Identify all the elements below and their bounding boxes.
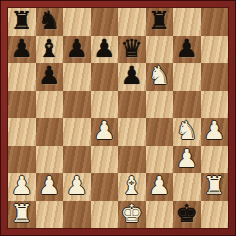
square-b8: ♞ xyxy=(36,8,64,36)
square-g1: ♚ xyxy=(173,201,201,229)
white-pawn-g3: ♟ xyxy=(176,146,198,172)
square-h2: ♜ xyxy=(201,173,229,201)
black-rook-a8: ♜ xyxy=(11,8,33,34)
square-e4 xyxy=(118,118,146,146)
square-h8 xyxy=(201,8,229,36)
white-pawn-c2: ♟ xyxy=(66,173,88,199)
square-c6 xyxy=(63,63,91,91)
square-f4 xyxy=(146,118,174,146)
square-h6 xyxy=(201,63,229,91)
square-g2 xyxy=(173,173,201,201)
square-c1 xyxy=(63,201,91,229)
white-knight-g4: ♞ xyxy=(176,118,198,144)
square-a3 xyxy=(8,146,36,174)
square-d7: ♟ xyxy=(91,36,119,64)
square-e5 xyxy=(118,91,146,119)
white-rook-a1: ♜ xyxy=(11,201,33,227)
square-d1 xyxy=(91,201,119,229)
square-a1: ♜ xyxy=(8,201,36,229)
square-e8 xyxy=(118,8,146,36)
square-f6: ♞ xyxy=(146,63,174,91)
square-f1 xyxy=(146,201,174,229)
square-f3 xyxy=(146,146,174,174)
square-g8 xyxy=(173,8,201,36)
square-a2: ♟ xyxy=(8,173,36,201)
square-e7: ♛ xyxy=(118,36,146,64)
square-b5 xyxy=(36,91,64,119)
black-rook-f8: ♜ xyxy=(148,8,170,34)
square-a8: ♜ xyxy=(8,8,36,36)
square-d6 xyxy=(91,63,119,91)
square-c2: ♟ xyxy=(63,173,91,201)
square-b3 xyxy=(36,146,64,174)
black-king-g1: ♚ xyxy=(176,201,198,227)
square-d4: ♟ xyxy=(91,118,119,146)
square-e6: ♟ xyxy=(118,63,146,91)
board-frame: ♜♞♜♟♝♟♟♛♟♟♟♞♟♞♟♟♟♟♟♝♟♜♜♚♚ xyxy=(0,0,236,236)
square-g5 xyxy=(173,91,201,119)
square-c8 xyxy=(63,8,91,36)
chess-board: ♜♞♜♟♝♟♟♛♟♟♟♞♟♞♟♟♟♟♟♝♟♜♜♚♚ xyxy=(7,7,229,229)
black-pawn-e6: ♟ xyxy=(121,63,143,89)
square-e1: ♚ xyxy=(118,201,146,229)
square-a4 xyxy=(8,118,36,146)
white-pawn-b2: ♟ xyxy=(38,173,60,199)
square-c5 xyxy=(63,91,91,119)
square-d5 xyxy=(91,91,119,119)
square-f5 xyxy=(146,91,174,119)
white-pawn-h4: ♟ xyxy=(203,118,225,144)
square-d2 xyxy=(91,173,119,201)
square-h3 xyxy=(201,146,229,174)
white-pawn-f2: ♟ xyxy=(148,173,170,199)
square-e3 xyxy=(118,146,146,174)
black-pawn-a7: ♟ xyxy=(11,36,33,62)
square-c3 xyxy=(63,146,91,174)
black-pawn-d7: ♟ xyxy=(93,36,115,62)
white-pawn-d4: ♟ xyxy=(93,118,115,144)
white-knight-f6: ♞ xyxy=(148,63,170,89)
square-a7: ♟ xyxy=(8,36,36,64)
square-c7: ♟ xyxy=(63,36,91,64)
square-f2: ♟ xyxy=(146,173,174,201)
square-b6: ♟ xyxy=(36,63,64,91)
square-d8 xyxy=(91,8,119,36)
square-a5 xyxy=(8,91,36,119)
square-a6 xyxy=(8,63,36,91)
white-bishop-e2: ♝ xyxy=(121,173,143,199)
square-h1 xyxy=(201,201,229,229)
square-h5 xyxy=(201,91,229,119)
square-g7: ♟ xyxy=(173,36,201,64)
square-g4: ♞ xyxy=(173,118,201,146)
black-pawn-b6: ♟ xyxy=(38,63,60,89)
white-pawn-a2: ♟ xyxy=(11,173,33,199)
square-h4: ♟ xyxy=(201,118,229,146)
square-h7 xyxy=(201,36,229,64)
square-b2: ♟ xyxy=(36,173,64,201)
white-rook-h2: ♜ xyxy=(203,173,225,199)
square-e2: ♝ xyxy=(118,173,146,201)
white-king-e1: ♚ xyxy=(121,201,143,227)
black-pawn-g7: ♟ xyxy=(176,36,198,62)
black-knight-b8: ♞ xyxy=(38,8,60,34)
square-c4 xyxy=(63,118,91,146)
square-b7: ♝ xyxy=(36,36,64,64)
black-bishop-b7: ♝ xyxy=(38,36,60,62)
square-f8: ♜ xyxy=(146,8,174,36)
square-b1 xyxy=(36,201,64,229)
square-d3 xyxy=(91,146,119,174)
square-g6 xyxy=(173,63,201,91)
black-pawn-c7: ♟ xyxy=(66,36,88,62)
square-g3: ♟ xyxy=(173,146,201,174)
black-queen-e7: ♛ xyxy=(121,36,143,62)
square-f7 xyxy=(146,36,174,64)
square-b4 xyxy=(36,118,64,146)
